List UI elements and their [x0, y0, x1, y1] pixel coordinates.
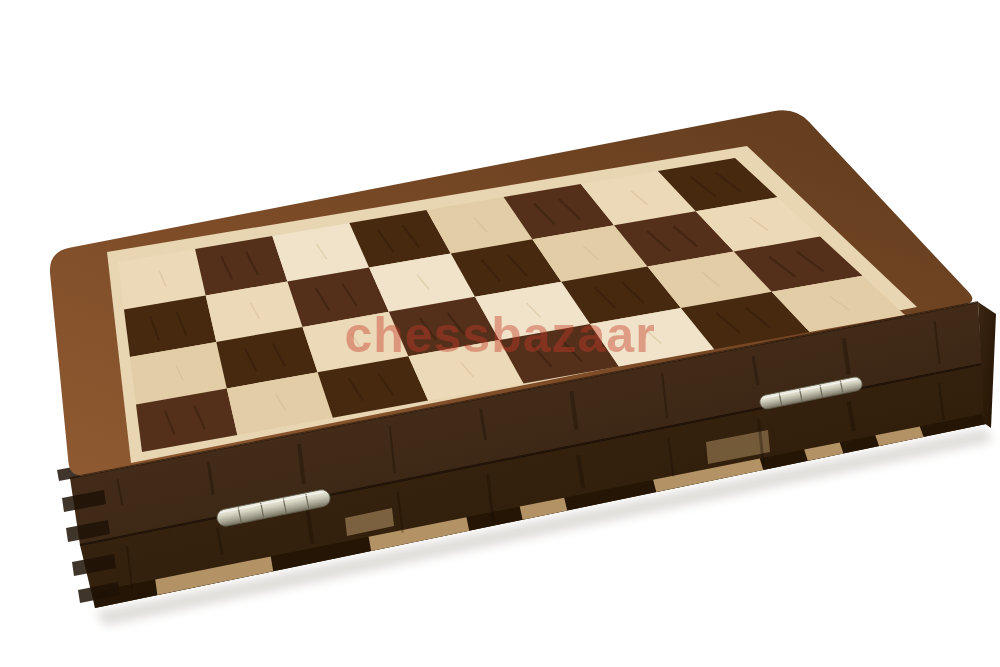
folded-chessboard-photo: chessbazaar [0, 0, 1000, 667]
product-photo-canvas: chessbazaar [0, 0, 1000, 667]
watermark-text: chessbazaar [344, 307, 655, 363]
